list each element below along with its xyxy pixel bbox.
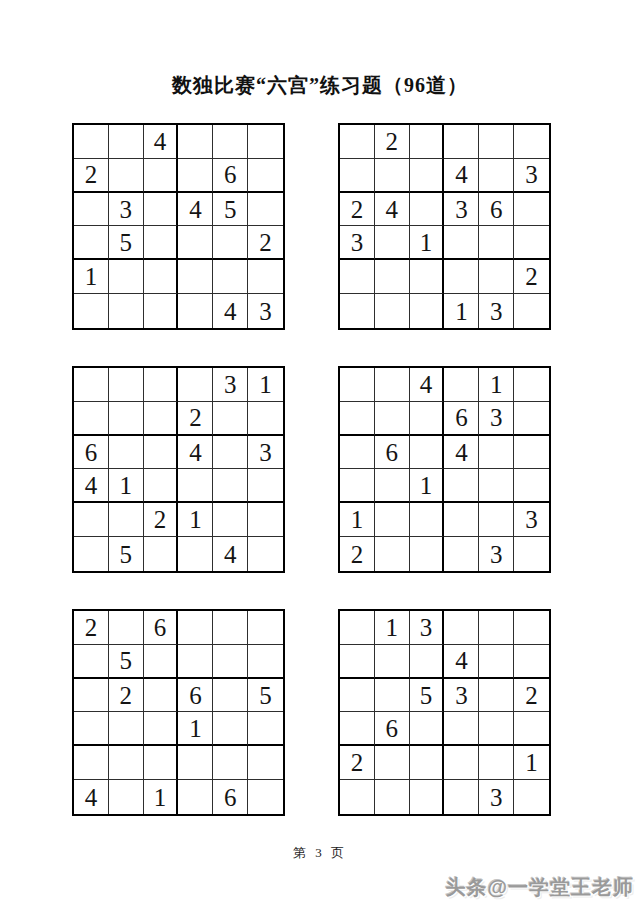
cell-r4c3 — [144, 469, 179, 503]
cell-r2c6 — [514, 402, 549, 436]
page-number: 第 3 页 — [0, 844, 640, 862]
cell-r3c4: 4 — [178, 436, 213, 470]
cell-r1c2 — [109, 611, 144, 645]
cell-r3c4: 3 — [444, 193, 479, 227]
cell-r2c2 — [109, 402, 144, 436]
cell-r3c1 — [340, 679, 375, 713]
cell-r3c1: 2 — [340, 193, 375, 227]
cell-r1c3: 6 — [144, 611, 179, 645]
cell-r5c5 — [479, 746, 514, 780]
cell-r6c6 — [514, 294, 549, 328]
cell-r4c1 — [74, 712, 109, 746]
cell-r4c4 — [178, 469, 213, 503]
cell-r2c6: 3 — [514, 159, 549, 193]
cell-r2c3 — [144, 159, 179, 193]
cell-r4c2 — [375, 469, 410, 503]
watermark: 头条@一学堂王老师 — [445, 874, 634, 901]
cell-r2c1 — [74, 645, 109, 679]
cell-r1c4 — [178, 125, 213, 159]
cell-r5c6 — [248, 746, 283, 780]
cell-r5c3: 2 — [144, 503, 179, 537]
cell-r4c5 — [213, 712, 248, 746]
cell-r3c4: 4 — [444, 436, 479, 470]
cell-r1c6: 1 — [248, 368, 283, 402]
cell-r2c6 — [248, 402, 283, 436]
cell-r1c1 — [340, 368, 375, 402]
cell-r6c4 — [178, 537, 213, 571]
cell-r4c6 — [514, 712, 549, 746]
cell-r5c6: 3 — [514, 503, 549, 537]
cell-r3c3 — [144, 679, 179, 713]
cell-r5c4 — [178, 260, 213, 294]
cell-r6c5: 3 — [479, 294, 514, 328]
puzzle-grid-area: 42634552143 243243631213 312643412154 41… — [72, 123, 551, 816]
cell-r2c6 — [248, 645, 283, 679]
cell-r1c4 — [444, 611, 479, 645]
cell-r3c2: 4 — [375, 193, 410, 227]
cell-r6c4 — [444, 780, 479, 814]
cell-r5c5 — [213, 503, 248, 537]
sudoku-grid-4: 41636411323 — [338, 366, 551, 573]
cell-r1c2 — [109, 368, 144, 402]
cell-r1c6 — [514, 125, 549, 159]
cell-r5c5 — [479, 260, 514, 294]
cell-r4c3: 1 — [410, 226, 445, 260]
cell-r6c2 — [375, 780, 410, 814]
cell-r3c1 — [74, 679, 109, 713]
cell-r4c5 — [479, 226, 514, 260]
cell-r5c4: 1 — [178, 503, 213, 537]
cell-r5c3 — [410, 503, 445, 537]
cell-r2c4: 2 — [178, 402, 213, 436]
cell-r5c3 — [410, 746, 445, 780]
cell-r3c4: 4 — [178, 193, 213, 227]
cell-r3c1 — [74, 193, 109, 227]
cell-r2c5 — [479, 159, 514, 193]
cell-r5c1 — [74, 746, 109, 780]
cell-r6c3 — [144, 537, 179, 571]
cell-r3c2: 6 — [375, 436, 410, 470]
cell-r4c2 — [109, 712, 144, 746]
cell-r6c6: 3 — [248, 294, 283, 328]
cell-r4c1 — [74, 226, 109, 260]
cell-r5c4 — [444, 746, 479, 780]
cell-r3c1: 6 — [74, 436, 109, 470]
cell-r6c4 — [178, 780, 213, 814]
cell-r4c5 — [213, 469, 248, 503]
cell-r1c1 — [74, 368, 109, 402]
cell-r4c3 — [144, 712, 179, 746]
cell-r4c2: 5 — [109, 226, 144, 260]
cell-r3c3 — [144, 436, 179, 470]
cell-r3c5: 5 — [213, 193, 248, 227]
cell-r1c4 — [444, 125, 479, 159]
cell-r1c5 — [213, 125, 248, 159]
cell-r1c4 — [178, 368, 213, 402]
cell-r4c5 — [479, 469, 514, 503]
cell-r6c2 — [109, 294, 144, 328]
cell-r3c4: 6 — [178, 679, 213, 713]
cell-r1c5: 3 — [213, 368, 248, 402]
cell-r3c5 — [479, 436, 514, 470]
cell-r3c5 — [479, 679, 514, 713]
cell-r3c2 — [109, 436, 144, 470]
cell-r5c1 — [340, 260, 375, 294]
cell-r2c5 — [213, 402, 248, 436]
cell-r5c1: 1 — [74, 260, 109, 294]
cell-r5c2 — [375, 503, 410, 537]
cell-r2c1 — [74, 402, 109, 436]
cell-r3c5 — [213, 679, 248, 713]
cell-r4c6 — [514, 226, 549, 260]
cell-r1c6 — [248, 125, 283, 159]
cell-r1c6 — [514, 611, 549, 645]
cell-r5c6 — [248, 503, 283, 537]
cell-r2c5 — [213, 645, 248, 679]
cell-r5c6: 2 — [514, 260, 549, 294]
cell-r1c3 — [144, 368, 179, 402]
cell-r2c6 — [514, 645, 549, 679]
cell-r6c4 — [178, 294, 213, 328]
cell-r1c5 — [213, 611, 248, 645]
cell-r3c4: 3 — [444, 679, 479, 713]
cell-r4c5 — [213, 226, 248, 260]
cell-r3c2: 3 — [109, 193, 144, 227]
cell-r3c6: 3 — [248, 436, 283, 470]
cell-r3c3 — [144, 193, 179, 227]
cell-r4c1: 3 — [340, 226, 375, 260]
cell-r2c4 — [178, 645, 213, 679]
cell-r3c3 — [410, 193, 445, 227]
cell-r2c3 — [144, 402, 179, 436]
cell-r2c4 — [178, 159, 213, 193]
cell-r6c2 — [375, 294, 410, 328]
cell-r2c2 — [375, 159, 410, 193]
cell-r5c4 — [444, 503, 479, 537]
cell-r3c6 — [248, 193, 283, 227]
cell-r2c2 — [375, 645, 410, 679]
cell-r2c3 — [410, 159, 445, 193]
cell-r3c1 — [340, 436, 375, 470]
cell-r6c1 — [74, 294, 109, 328]
cell-r6c1 — [340, 294, 375, 328]
cell-r1c1 — [74, 125, 109, 159]
cell-r3c5 — [213, 436, 248, 470]
cell-r5c6 — [248, 260, 283, 294]
cell-r1c2 — [109, 125, 144, 159]
cell-r1c3: 3 — [410, 611, 445, 645]
sudoku-grid-5: 2652651416 — [72, 609, 285, 816]
cell-r3c2: 2 — [109, 679, 144, 713]
cell-r6c4 — [444, 537, 479, 571]
cell-r1c6 — [248, 611, 283, 645]
cell-r2c2: 5 — [109, 645, 144, 679]
cell-r4c3 — [410, 712, 445, 746]
cell-r2c1 — [340, 159, 375, 193]
cell-r5c2 — [375, 260, 410, 294]
cell-r4c1: 4 — [74, 469, 109, 503]
cell-r3c3: 5 — [410, 679, 445, 713]
cell-r3c3 — [410, 436, 445, 470]
cell-r1c6 — [514, 368, 549, 402]
cell-r2c3 — [144, 645, 179, 679]
cell-r6c3: 1 — [144, 780, 179, 814]
cell-r2c1: 2 — [74, 159, 109, 193]
cell-r5c5 — [213, 260, 248, 294]
sudoku-grid-3: 312643412154 — [72, 366, 285, 573]
cell-r1c4 — [178, 611, 213, 645]
cell-r4c3: 1 — [410, 469, 445, 503]
cell-r4c6 — [248, 469, 283, 503]
cell-r6c2 — [109, 780, 144, 814]
cell-r2c1 — [340, 645, 375, 679]
cell-r1c3: 4 — [144, 125, 179, 159]
cell-r6c2: 5 — [109, 537, 144, 571]
cell-r6c3 — [144, 294, 179, 328]
cell-r6c6 — [248, 780, 283, 814]
cell-r3c2 — [375, 679, 410, 713]
cell-r6c4: 1 — [444, 294, 479, 328]
cell-r6c3 — [410, 537, 445, 571]
cell-r5c3 — [144, 260, 179, 294]
cell-r2c5: 3 — [479, 402, 514, 436]
cell-r4c6: 2 — [248, 226, 283, 260]
cell-r1c2: 1 — [375, 611, 410, 645]
cell-r1c3: 4 — [410, 368, 445, 402]
sudoku-grid-6: 1345326213 — [338, 609, 551, 816]
cell-r6c5: 3 — [479, 780, 514, 814]
cell-r6c5: 4 — [213, 294, 248, 328]
cell-r2c5 — [479, 645, 514, 679]
cell-r3c6: 5 — [248, 679, 283, 713]
cell-r5c2 — [109, 746, 144, 780]
cell-r4c2: 1 — [109, 469, 144, 503]
cell-r4c4 — [444, 469, 479, 503]
cell-r3c6 — [514, 193, 549, 227]
cell-r4c4 — [444, 712, 479, 746]
cell-r5c4 — [178, 746, 213, 780]
cell-r6c1: 2 — [340, 537, 375, 571]
cell-r2c2 — [375, 402, 410, 436]
cell-r6c1: 4 — [74, 780, 109, 814]
cell-r2c4: 6 — [444, 402, 479, 436]
cell-r6c6 — [514, 537, 549, 571]
cell-r1c1: 2 — [74, 611, 109, 645]
cell-r6c1 — [340, 780, 375, 814]
sudoku-grid-1: 42634552143 — [72, 123, 285, 330]
cell-r2c6 — [248, 159, 283, 193]
cell-r6c5: 3 — [479, 537, 514, 571]
cell-r5c1: 1 — [340, 503, 375, 537]
cell-r1c5: 1 — [479, 368, 514, 402]
cell-r5c1: 2 — [340, 746, 375, 780]
cell-r5c5 — [213, 746, 248, 780]
cell-r4c3 — [144, 226, 179, 260]
cell-r1c2 — [375, 368, 410, 402]
cell-r1c2: 2 — [375, 125, 410, 159]
cell-r4c4 — [444, 226, 479, 260]
cell-r2c1 — [340, 402, 375, 436]
cell-r5c3 — [410, 260, 445, 294]
cell-r6c6 — [514, 780, 549, 814]
cell-r5c2 — [109, 260, 144, 294]
cell-r3c6: 2 — [514, 679, 549, 713]
cell-r1c3 — [410, 125, 445, 159]
cell-r6c3 — [410, 294, 445, 328]
cell-r1c1 — [340, 611, 375, 645]
cell-r5c1 — [74, 503, 109, 537]
cell-r4c2 — [375, 226, 410, 260]
cell-r6c5: 6 — [213, 780, 248, 814]
cell-r1c5 — [479, 611, 514, 645]
cell-r5c6: 1 — [514, 746, 549, 780]
cell-r6c5: 4 — [213, 537, 248, 571]
cell-r6c3 — [410, 780, 445, 814]
cell-r6c6 — [248, 537, 283, 571]
cell-r2c5: 6 — [213, 159, 248, 193]
cell-r3c6 — [514, 436, 549, 470]
cell-r5c2 — [375, 746, 410, 780]
cell-r5c4 — [444, 260, 479, 294]
cell-r4c6 — [514, 469, 549, 503]
cell-r2c4: 4 — [444, 645, 479, 679]
cell-r2c3 — [410, 402, 445, 436]
cell-r1c1 — [340, 125, 375, 159]
cell-r4c4: 1 — [178, 712, 213, 746]
cell-r6c2 — [375, 537, 410, 571]
cell-r4c1 — [340, 469, 375, 503]
cell-r6c1 — [74, 537, 109, 571]
cell-r5c2 — [109, 503, 144, 537]
cell-r2c4: 4 — [444, 159, 479, 193]
cell-r4c2: 6 — [375, 712, 410, 746]
cell-r4c5 — [479, 712, 514, 746]
sudoku-grid-2: 243243631213 — [338, 123, 551, 330]
cell-r3c5: 6 — [479, 193, 514, 227]
cell-r2c2 — [109, 159, 144, 193]
cell-r4c4 — [178, 226, 213, 260]
cell-r4c6 — [248, 712, 283, 746]
page-title: 数独比赛“六宫”练习题（96道） — [0, 72, 640, 99]
cell-r1c4 — [444, 368, 479, 402]
cell-r5c5 — [479, 503, 514, 537]
cell-r4c1 — [340, 712, 375, 746]
cell-r5c3 — [144, 746, 179, 780]
cell-r1c5 — [479, 125, 514, 159]
cell-r2c3 — [410, 645, 445, 679]
